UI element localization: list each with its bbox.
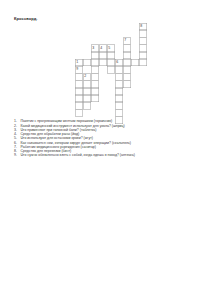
- grid-cell[interactable]: [139, 52, 147, 59]
- grid-cell[interactable]: 1: [75, 59, 83, 66]
- grid-cell[interactable]: [115, 102, 123, 109]
- grid-cell[interactable]: [115, 73, 123, 80]
- grid-cell[interactable]: 7: [123, 37, 131, 44]
- grid-cell[interactable]: [83, 81, 91, 88]
- grid-cell[interactable]: [123, 81, 131, 88]
- grid-cell[interactable]: [91, 66, 99, 73]
- grid-cell[interactable]: [123, 73, 131, 80]
- grid-cell[interactable]: [123, 45, 131, 52]
- grid-cell[interactable]: 9: [75, 66, 83, 73]
- grid-cell[interactable]: [139, 45, 147, 52]
- grid-cell[interactable]: [75, 81, 83, 88]
- cell-number: 4: [100, 45, 102, 49]
- grid-cell[interactable]: [107, 59, 115, 66]
- grid-cell[interactable]: [115, 66, 123, 73]
- grid-cell[interactable]: [115, 95, 123, 102]
- grid-cell[interactable]: 5: [107, 45, 115, 52]
- clue-text: Что нужно обязательно взять с собой, ког…: [21, 153, 205, 157]
- grid-cell[interactable]: 6: [115, 59, 123, 66]
- cell-number: 9: [76, 67, 78, 71]
- grid-cell[interactable]: [83, 59, 91, 66]
- cell-number: 6: [116, 60, 118, 64]
- grid-cell[interactable]: [91, 95, 99, 102]
- grid-cell[interactable]: [131, 59, 139, 66]
- grid-cell[interactable]: [75, 109, 83, 116]
- grid-cell[interactable]: 8: [139, 23, 147, 30]
- grid-cell[interactable]: [115, 88, 123, 95]
- cell-number: 7: [124, 38, 126, 42]
- grid-cell[interactable]: 3: [91, 45, 99, 52]
- grid-cell[interactable]: [99, 52, 107, 59]
- grid-cell[interactable]: [139, 37, 147, 44]
- grid-cell[interactable]: [83, 88, 91, 95]
- grid-cell[interactable]: 2: [83, 73, 91, 80]
- grid-cell[interactable]: [123, 52, 131, 59]
- grid-cell[interactable]: [91, 73, 99, 80]
- grid-cell[interactable]: [123, 59, 131, 66]
- grid-cell[interactable]: [99, 59, 107, 66]
- grid-cell[interactable]: [83, 95, 91, 102]
- clues-list: 1.Пакетик с прогревающим желтым порошком…: [14, 119, 204, 157]
- grid-cell[interactable]: [91, 52, 99, 59]
- clue-item: 9.Что нужно обязательно взять с собой, к…: [14, 153, 204, 157]
- cell-number: 2: [84, 74, 86, 78]
- grid-cell[interactable]: [75, 73, 83, 80]
- grid-cell[interactable]: [123, 66, 131, 73]
- grid-cell[interactable]: [83, 102, 91, 109]
- grid-cell[interactable]: 4: [99, 45, 107, 52]
- grid-cell[interactable]: [139, 59, 147, 66]
- grid-cell[interactable]: [91, 59, 99, 66]
- grid-cell[interactable]: [107, 66, 115, 73]
- grid-cell[interactable]: [75, 88, 83, 95]
- grid-cell[interactable]: [139, 30, 147, 37]
- cell-number: 5: [108, 45, 110, 49]
- grid-cell[interactable]: [115, 109, 123, 116]
- grid-cell[interactable]: [115, 81, 123, 88]
- grid-cell[interactable]: [91, 81, 99, 88]
- grid-cell[interactable]: [91, 88, 99, 95]
- grid-cell[interactable]: [75, 102, 83, 109]
- grid-cell[interactable]: [75, 95, 83, 102]
- cell-number: 8: [140, 24, 142, 28]
- cell-number: 1: [76, 60, 78, 64]
- grid-cell[interactable]: [107, 52, 115, 59]
- page-title: Кроссворд.: [14, 17, 38, 22]
- worksheet-page: Кроссворд. 873451692 1.Пакетик с прогрев…: [0, 0, 212, 300]
- cell-number: 3: [92, 45, 94, 49]
